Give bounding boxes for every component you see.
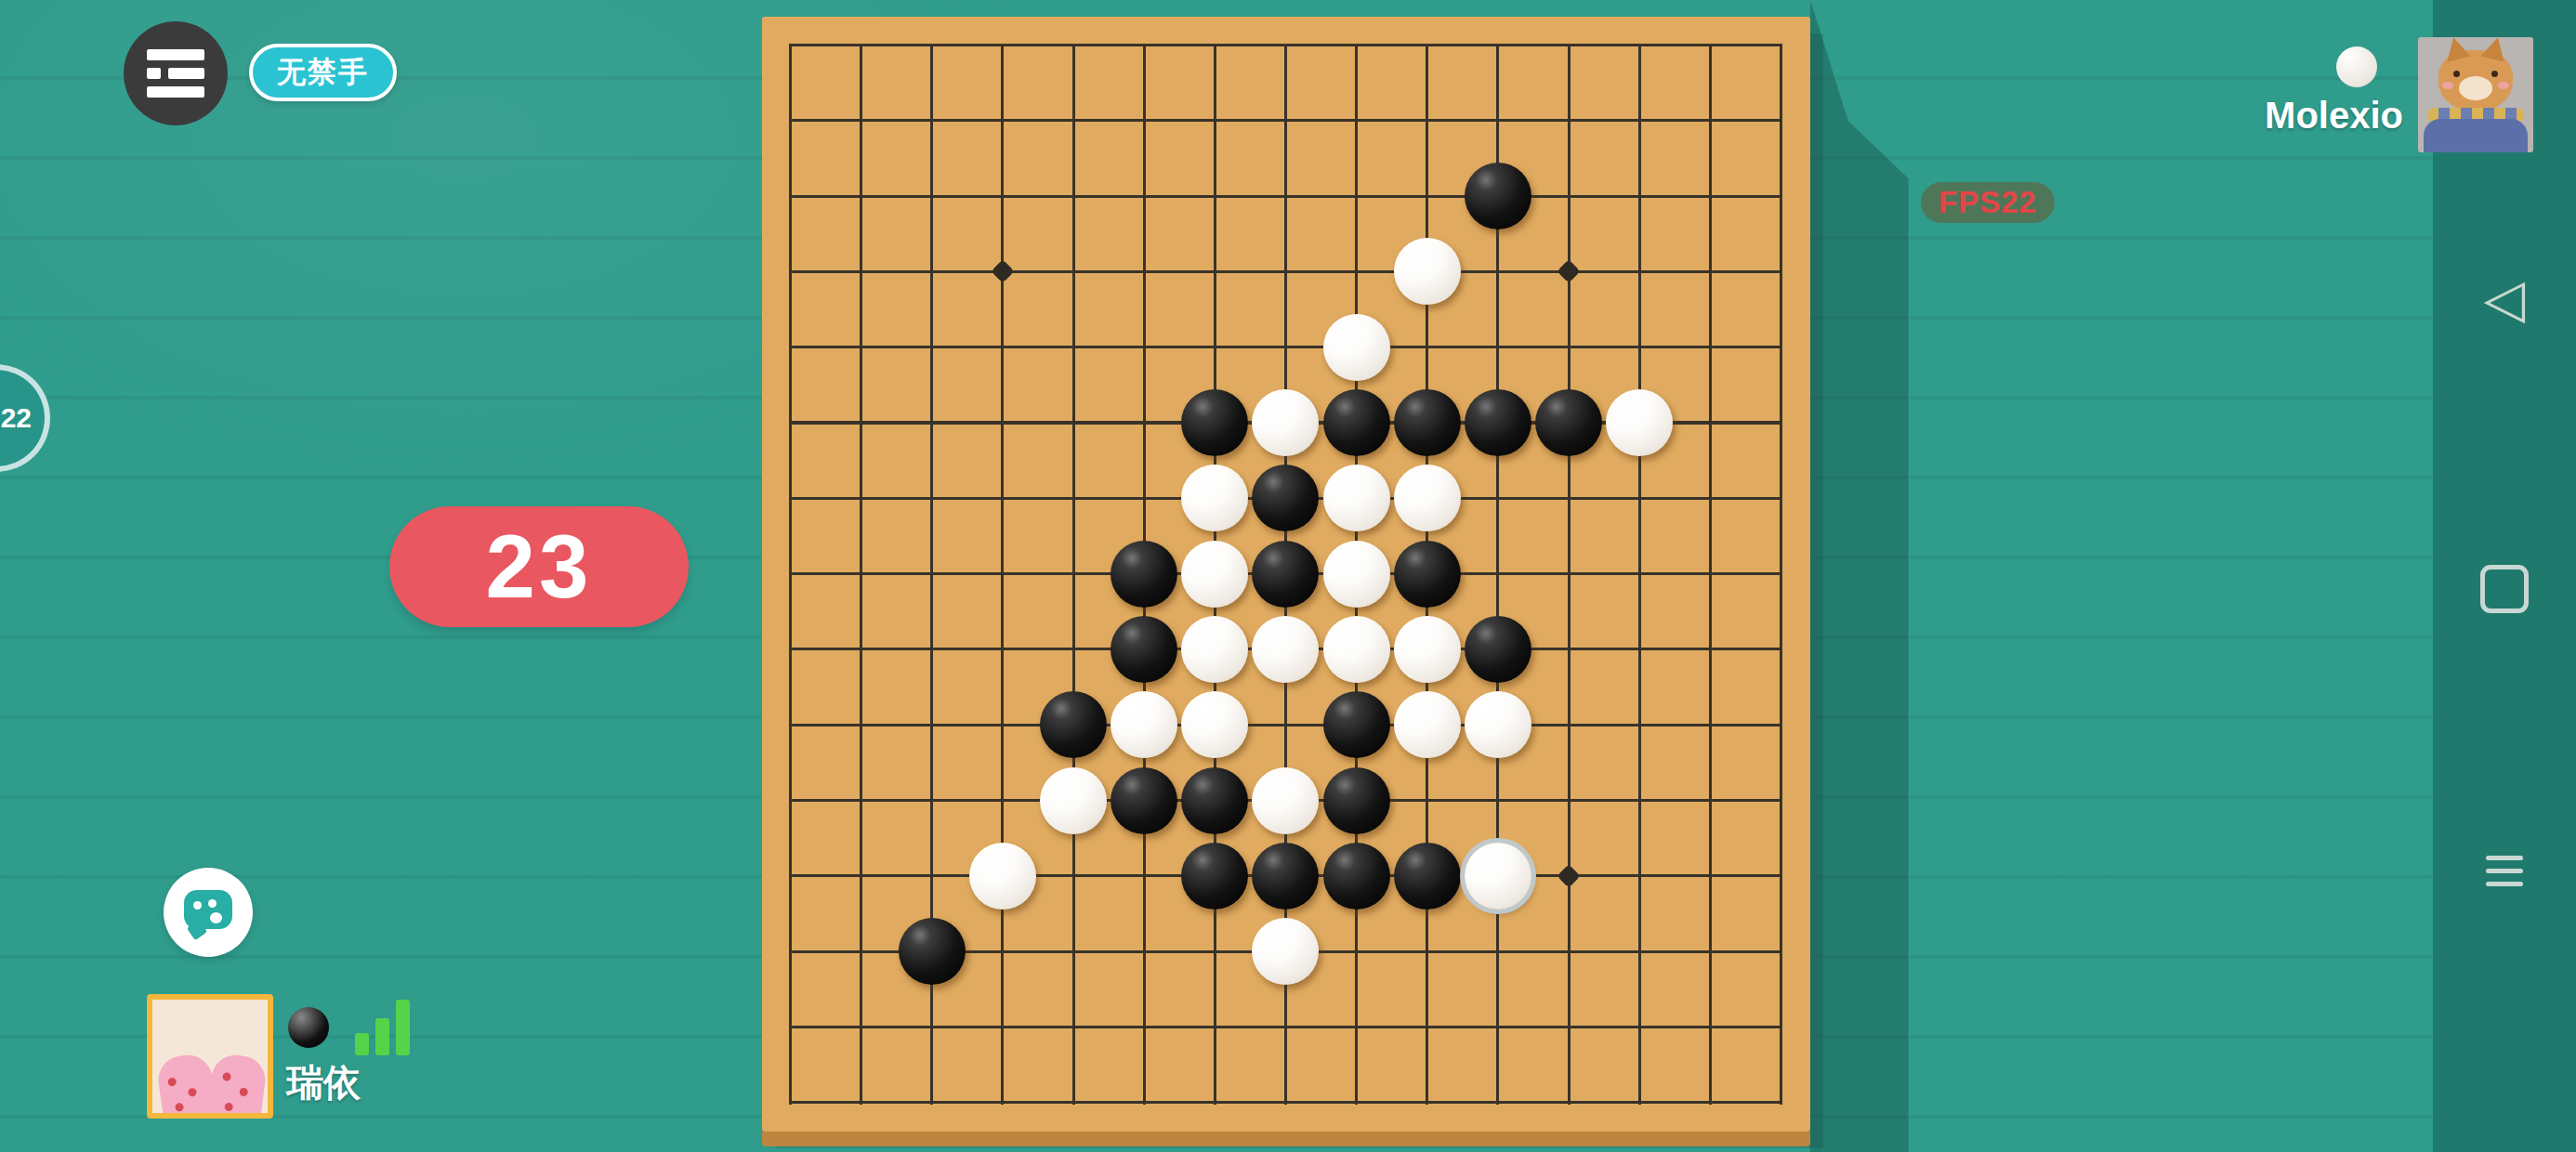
white-stone <box>1111 691 1177 758</box>
nav-recents-icon[interactable] <box>2433 847 2576 895</box>
black-stone <box>1252 541 1319 608</box>
black-stone <box>1040 691 1107 758</box>
white-stone <box>1465 691 1531 758</box>
white-stone <box>1252 616 1319 683</box>
white-stone <box>969 843 1036 910</box>
white-stone <box>1394 465 1461 531</box>
star-point <box>1557 260 1580 283</box>
menu-button[interactable] <box>124 21 228 125</box>
chat-button[interactable] <box>164 868 253 957</box>
player-white-name: Molexio <box>2265 95 2403 137</box>
white-stone <box>1394 238 1461 305</box>
black-stone <box>1111 616 1177 683</box>
black-stone <box>1465 616 1531 683</box>
white-stone <box>1323 314 1390 381</box>
gomoku-board[interactable]: FPS22 <box>762 17 1810 1132</box>
star-point <box>991 260 1014 283</box>
black-stone <box>1323 691 1390 758</box>
white-stone-icon <box>2336 46 2377 87</box>
white-stone <box>1323 465 1390 531</box>
white-stone <box>1323 541 1390 608</box>
black-stone <box>1465 163 1531 229</box>
black-stone <box>1394 843 1461 910</box>
black-stone <box>1394 541 1461 608</box>
edge-bubble[interactable]: 22 <box>0 364 50 472</box>
white-stone <box>1606 389 1673 456</box>
rule-badge: 无禁手 <box>249 44 397 101</box>
white-stone <box>1394 616 1461 683</box>
black-stone <box>1535 389 1602 456</box>
timer-value: 23 <box>486 516 593 618</box>
white-stone <box>1181 541 1248 608</box>
shiba-avatar-art <box>2438 50 2513 111</box>
black-stone <box>1181 389 1248 456</box>
black-stone <box>899 918 966 985</box>
black-stone <box>1181 843 1248 910</box>
nav-home-icon[interactable] <box>2433 565 2576 617</box>
fps-badge: FPS22 <box>1921 182 2055 223</box>
white-stone <box>1181 616 1248 683</box>
white-stone <box>1252 918 1319 985</box>
menu-icon <box>147 49 204 60</box>
black-stone <box>1323 767 1390 834</box>
game-screen: FPS22 无禁手 22 23 瑞依 Molexio <box>0 0 2576 1152</box>
black-stone <box>1252 465 1319 531</box>
white-stone <box>1323 616 1390 683</box>
black-stone <box>1323 843 1390 910</box>
player-black-avatar[interactable] <box>147 994 273 1119</box>
black-stone <box>1465 389 1531 456</box>
black-stone-icon <box>288 1007 329 1048</box>
move-timer: 23 <box>389 506 689 627</box>
white-stone <box>1252 767 1319 834</box>
black-stone <box>1323 389 1390 456</box>
chat-bubble-icon <box>184 890 232 929</box>
white-stone <box>1252 389 1319 456</box>
white-stone <box>1181 465 1248 531</box>
android-nav-bar: ◁ <box>2433 0 2576 1152</box>
player-black-name: 瑞依 <box>286 1057 361 1108</box>
star-point <box>1557 864 1580 887</box>
black-stone <box>1394 389 1461 456</box>
white-stone <box>1465 843 1531 910</box>
white-stone <box>1040 767 1107 834</box>
black-stone <box>1252 843 1319 910</box>
player-white-avatar[interactable] <box>2418 37 2533 152</box>
signal-strength-icon <box>355 1000 420 1055</box>
black-stone <box>1111 767 1177 834</box>
white-stone <box>1181 691 1248 758</box>
black-stone <box>1111 541 1177 608</box>
black-stone <box>1181 767 1248 834</box>
white-stone <box>1394 691 1461 758</box>
nav-back-icon[interactable]: ◁ <box>2433 271 2576 325</box>
board-shadow <box>1810 0 1922 1152</box>
board-grid[interactable] <box>789 44 1782 1105</box>
